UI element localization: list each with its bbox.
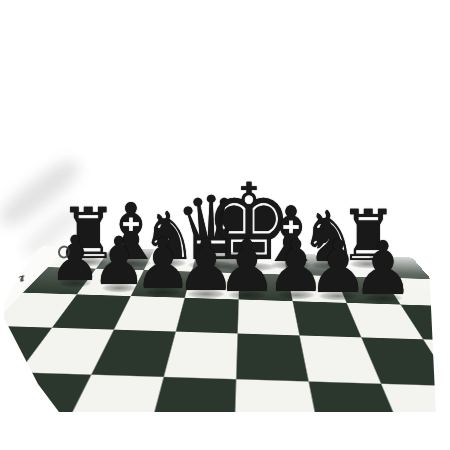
chess-product-photo: 76 ♜♝♞♛♚♝♞♜♟♟♟♟♟♟♟♟ xyxy=(0,0,450,450)
piece-h7-black-pawn: ♟ xyxy=(352,231,413,305)
pieces-layer: ♜♝♞♛♚♝♞♜♟♟♟♟♟♟♟♟ xyxy=(0,0,450,450)
